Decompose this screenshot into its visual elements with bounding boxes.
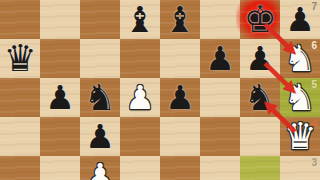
square-f3[interactable] [200,156,240,180]
rank-label-6: 6 [311,40,317,51]
piece-black-bishop-e7[interactable]: ♝ [160,0,200,39]
square-b3[interactable] [40,156,80,180]
square-f5[interactable] [200,78,240,117]
rank-label-4: 4 [311,118,317,129]
square-a6[interactable]: ♛ [0,39,40,78]
rank-label-7: 7 [311,1,317,12]
piece-black-knight-g5[interactable]: ♞ [240,78,280,117]
square-g3[interactable] [240,156,280,180]
piece-black-bishop-d7[interactable]: ♝ [120,0,160,39]
square-c4[interactable]: ♟ [80,117,120,156]
piece-white-pawn-d5[interactable]: ♟ [120,78,160,117]
square-g5[interactable]: ♞ [240,78,280,117]
piece-black-knight-c5[interactable]: ♞ [80,78,120,117]
square-c3[interactable]: ♟ [80,156,120,180]
square-e6[interactable] [160,39,200,78]
chess-board: ♝♝♚♟♛♟♟♞♟♞♟♟♞♞♟♛♟76543 [0,0,320,180]
piece-black-pawn-b5[interactable]: ♟ [40,78,80,117]
piece-black-pawn-g6[interactable]: ♟ [240,39,280,78]
piece-black-queen-a6[interactable]: ♛ [0,39,40,78]
square-g4[interactable] [240,117,280,156]
rank-label-5: 5 [311,79,317,90]
square-a7[interactable] [0,0,40,39]
square-e3[interactable] [160,156,200,180]
square-a5[interactable] [0,78,40,117]
square-b4[interactable] [40,117,80,156]
piece-white-pawn-c3[interactable]: ♟ [80,156,120,180]
square-a4[interactable] [0,117,40,156]
square-a3[interactable] [0,156,40,180]
piece-black-pawn-e5[interactable]: ♟ [160,78,200,117]
square-e7[interactable]: ♝ [160,0,200,39]
piece-black-king-g7[interactable]: ♚ [240,0,280,39]
square-f4[interactable] [200,117,240,156]
square-e4[interactable] [160,117,200,156]
square-d5[interactable]: ♟ [120,78,160,117]
square-d7[interactable]: ♝ [120,0,160,39]
square-g6[interactable]: ♟ [240,39,280,78]
square-b6[interactable] [40,39,80,78]
piece-black-pawn-c4[interactable]: ♟ [80,117,120,156]
square-g7[interactable]: ♚ [240,0,280,39]
square-c7[interactable] [80,0,120,39]
square-c5[interactable]: ♞ [80,78,120,117]
square-f6[interactable]: ♟ [200,39,240,78]
square-d4[interactable] [120,117,160,156]
square-c6[interactable] [80,39,120,78]
rank-label-3: 3 [311,157,317,168]
square-b5[interactable]: ♟ [40,78,80,117]
square-b7[interactable] [40,0,80,39]
piece-black-pawn-f6[interactable]: ♟ [200,39,240,78]
square-d6[interactable] [120,39,160,78]
square-f7[interactable] [200,0,240,39]
square-d3[interactable] [120,156,160,180]
square-e5[interactable]: ♟ [160,78,200,117]
